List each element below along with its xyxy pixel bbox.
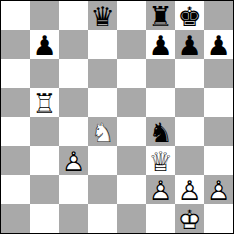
square-f7[interactable]: ♟ <box>146 30 175 59</box>
piece-white-knight-icon: ♞♘ <box>88 117 117 146</box>
square-d5[interactable] <box>88 88 117 117</box>
square-d3[interactable] <box>88 146 117 175</box>
square-a3[interactable] <box>1 146 30 175</box>
square-e2[interactable] <box>117 175 146 204</box>
square-b1[interactable] <box>30 204 59 233</box>
square-d6[interactable] <box>88 59 117 88</box>
square-h2[interactable]: ♟♙ <box>204 175 233 204</box>
square-c6[interactable] <box>59 59 88 88</box>
square-h4[interactable] <box>204 117 233 146</box>
square-f5[interactable] <box>146 88 175 117</box>
square-e3[interactable] <box>117 146 146 175</box>
piece-black-king-icon: ♚ <box>175 1 204 30</box>
square-d8[interactable]: ♛ <box>88 1 117 30</box>
square-b2[interactable] <box>30 175 59 204</box>
piece-black-pawn-icon: ♟ <box>175 30 204 59</box>
square-c5[interactable] <box>59 88 88 117</box>
piece-black-knight-icon: ♞ <box>146 117 175 146</box>
square-b6[interactable] <box>30 59 59 88</box>
square-f4[interactable]: ♞ <box>146 117 175 146</box>
square-c2[interactable] <box>59 175 88 204</box>
piece-white-pawn-icon: ♟♙ <box>204 175 233 204</box>
square-a5[interactable] <box>1 88 30 117</box>
piece-white-pawn-icon: ♟♙ <box>146 175 175 204</box>
square-d4[interactable]: ♞♘ <box>88 117 117 146</box>
square-e5[interactable] <box>117 88 146 117</box>
square-a2[interactable] <box>1 175 30 204</box>
square-c3[interactable]: ♟♙ <box>59 146 88 175</box>
square-a8[interactable] <box>1 1 30 30</box>
square-h6[interactable] <box>204 59 233 88</box>
piece-white-pawn-icon: ♟♙ <box>175 175 204 204</box>
square-f6[interactable] <box>146 59 175 88</box>
square-a6[interactable] <box>1 59 30 88</box>
square-g5[interactable] <box>175 88 204 117</box>
square-e1[interactable] <box>117 204 146 233</box>
square-h7[interactable]: ♟ <box>204 30 233 59</box>
square-e8[interactable] <box>117 1 146 30</box>
square-f1[interactable] <box>146 204 175 233</box>
square-c8[interactable] <box>59 1 88 30</box>
square-c1[interactable] <box>59 204 88 233</box>
square-e4[interactable] <box>117 117 146 146</box>
square-c4[interactable] <box>59 117 88 146</box>
square-g2[interactable]: ♟♙ <box>175 175 204 204</box>
square-g4[interactable] <box>175 117 204 146</box>
square-c7[interactable] <box>59 30 88 59</box>
piece-black-pawn-icon: ♟ <box>204 30 233 59</box>
square-a7[interactable] <box>1 30 30 59</box>
square-f3[interactable]: ♛♕ <box>146 146 175 175</box>
square-d1[interactable] <box>88 204 117 233</box>
square-h1[interactable] <box>204 204 233 233</box>
square-h5[interactable] <box>204 88 233 117</box>
square-g6[interactable] <box>175 59 204 88</box>
square-b4[interactable] <box>30 117 59 146</box>
square-b8[interactable] <box>30 1 59 30</box>
piece-white-queen-icon: ♛♕ <box>146 146 175 175</box>
square-f2[interactable]: ♟♙ <box>146 175 175 204</box>
square-e7[interactable] <box>117 30 146 59</box>
piece-white-king-icon: ♚♔ <box>175 204 204 233</box>
square-g3[interactable] <box>175 146 204 175</box>
piece-black-queen-icon: ♛ <box>88 1 117 30</box>
square-g1[interactable]: ♚♔ <box>175 204 204 233</box>
piece-black-pawn-icon: ♟ <box>30 30 59 59</box>
square-h8[interactable] <box>204 1 233 30</box>
square-d2[interactable] <box>88 175 117 204</box>
square-b7[interactable]: ♟ <box>30 30 59 59</box>
square-a4[interactable] <box>1 117 30 146</box>
chessboard-container: ♛♜♚♟♟♟♟♜♖♞♘♞♟♙♛♕♟♙♟♙♟♙♚♔ <box>0 0 234 234</box>
piece-black-pawn-icon: ♟ <box>146 30 175 59</box>
square-d7[interactable] <box>88 30 117 59</box>
square-b5[interactable]: ♜♖ <box>30 88 59 117</box>
square-a1[interactable] <box>1 204 30 233</box>
square-e6[interactable] <box>117 59 146 88</box>
square-h3[interactable] <box>204 146 233 175</box>
piece-white-rook-icon: ♜♖ <box>30 88 59 117</box>
chess-board: ♛♜♚♟♟♟♟♜♖♞♘♞♟♙♛♕♟♙♟♙♟♙♚♔ <box>0 0 234 234</box>
square-g7[interactable]: ♟ <box>175 30 204 59</box>
piece-white-pawn-icon: ♟♙ <box>59 146 88 175</box>
square-b3[interactable] <box>30 146 59 175</box>
square-g8[interactable]: ♚ <box>175 1 204 30</box>
piece-black-rook-icon: ♜ <box>146 1 175 30</box>
square-f8[interactable]: ♜ <box>146 1 175 30</box>
